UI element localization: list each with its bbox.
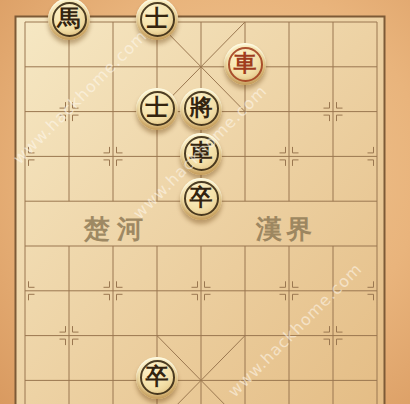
board-surface[interactable]: 馬士車士將車卒卒	[3, 0, 399, 404]
piece-black-horse[interactable]: 馬	[48, 0, 90, 40]
piece-glyph: 卒	[136, 356, 178, 398]
piece-glyph: 卒	[180, 177, 222, 219]
piece-black-soldier-1[interactable]: 卒	[180, 178, 222, 220]
piece-red-chariot[interactable]: 車	[224, 43, 266, 85]
piece-black-advisor-1[interactable]: 士	[136, 0, 178, 40]
xiangqi-board-screen: 楚河 漢界 馬士車士將車卒卒 www.hackhome.com www.hack…	[0, 0, 410, 404]
piece-glyph: 士	[136, 0, 178, 39]
piece-glyph: 馬	[48, 0, 90, 39]
piece-black-soldier-2[interactable]: 卒	[136, 357, 178, 399]
piece-black-advisor-2[interactable]: 士	[136, 88, 178, 130]
piece-glyph: 士	[136, 87, 178, 129]
piece-glyph: 車	[224, 42, 266, 84]
piece-glyph: 車	[180, 132, 222, 174]
piece-glyph: 將	[180, 87, 222, 129]
piece-black-chariot[interactable]: 車	[180, 133, 222, 175]
piece-black-general[interactable]: 將	[180, 88, 222, 130]
